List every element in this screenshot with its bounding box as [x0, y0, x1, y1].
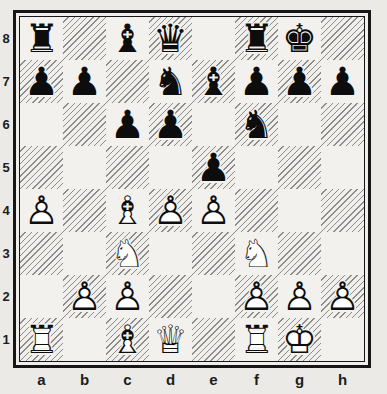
- square-e3: [192, 232, 235, 275]
- square-d8: ♛♛: [149, 17, 192, 60]
- square-e4: ♟♙: [192, 189, 235, 232]
- white-bishop-c4: ♝♗: [106, 189, 149, 232]
- square-f6: ♞♞: [235, 103, 278, 146]
- square-a7: ♟♟: [20, 60, 63, 103]
- black-rook-f8: ♜♜: [235, 17, 278, 60]
- file-label-c: c: [106, 370, 149, 390]
- black-pawn-h7: ♟♟: [321, 60, 364, 103]
- black-bishop-c8: ♝♝: [106, 17, 149, 60]
- black-bishop-glyph: ♝: [192, 60, 235, 103]
- square-e8: [192, 17, 235, 60]
- square-d1: ♛♕: [149, 318, 192, 361]
- square-c8: ♝♝: [106, 17, 149, 60]
- black-pawn-f7: ♟♟: [235, 60, 278, 103]
- square-b2: ♟♙: [63, 275, 106, 318]
- black-king-glyph: ♚: [278, 17, 321, 60]
- rank-label-7: 7: [0, 60, 12, 103]
- square-a8: ♜♜: [20, 17, 63, 60]
- square-h1: [321, 318, 364, 361]
- square-a2: [20, 275, 63, 318]
- white-pawn-glyph: ♙: [321, 275, 364, 318]
- square-g3: [278, 232, 321, 275]
- square-f7: ♟♟: [235, 60, 278, 103]
- rank-label-1: 1: [0, 318, 12, 361]
- square-a4: ♟♙: [20, 189, 63, 232]
- square-c7: [106, 60, 149, 103]
- square-c4: ♝♗: [106, 189, 149, 232]
- white-pawn-glyph: ♙: [20, 189, 63, 232]
- white-pawn-h2: ♟♙: [321, 275, 364, 318]
- file-label-b: b: [63, 370, 106, 390]
- square-b7: ♟♟: [63, 60, 106, 103]
- black-pawn-glyph: ♟: [20, 60, 63, 103]
- black-knight-f6: ♞♞: [235, 103, 278, 146]
- square-g6: [278, 103, 321, 146]
- white-queen-glyph: ♕: [149, 318, 192, 361]
- square-f4: [235, 189, 278, 232]
- square-d6: ♟♟: [149, 103, 192, 146]
- black-pawn-glyph: ♟: [278, 60, 321, 103]
- white-knight-glyph: ♘: [106, 232, 149, 275]
- square-a1: ♜♖: [20, 318, 63, 361]
- square-b8: [63, 17, 106, 60]
- black-pawn-glyph: ♟: [149, 103, 192, 146]
- black-pawn-d6: ♟♟: [149, 103, 192, 146]
- white-queen-d1: ♛♕: [149, 318, 192, 361]
- white-king-glyph: ♔: [278, 318, 321, 361]
- square-d4: ♟♙: [149, 189, 192, 232]
- square-e7: ♝♝: [192, 60, 235, 103]
- file-label-d: d: [149, 370, 192, 390]
- square-h5: [321, 146, 364, 189]
- rank-label-4: 4: [0, 189, 12, 232]
- square-g8: ♚♚: [278, 17, 321, 60]
- square-d5: [149, 146, 192, 189]
- square-g4: [278, 189, 321, 232]
- black-rook-glyph: ♜: [20, 17, 63, 60]
- square-c5: [106, 146, 149, 189]
- square-a5: [20, 146, 63, 189]
- black-pawn-e5: ♟♟: [192, 146, 235, 189]
- square-f2: ♟♙: [235, 275, 278, 318]
- board-frame: ♜♜♝♝♛♛♜♜♚♚♟♟♟♟♞♞♝♝♟♟♟♟♟♟♟♟♟♟♞♞♟♟♟♙♝♗♟♙♟♙…: [13, 10, 371, 368]
- square-d7: ♞♞: [149, 60, 192, 103]
- rank-label-8: 8: [0, 17, 12, 60]
- rank-label-5: 5: [0, 146, 12, 189]
- black-rook-a8: ♜♜: [20, 17, 63, 60]
- rank-label-6: 6: [0, 103, 12, 146]
- black-pawn-a7: ♟♟: [20, 60, 63, 103]
- white-pawn-d4: ♟♙: [149, 189, 192, 232]
- chess-board: ♜♜♝♝♛♛♜♜♚♚♟♟♟♟♞♞♝♝♟♟♟♟♟♟♟♟♟♟♞♞♟♟♟♙♝♗♟♙♟♙…: [20, 17, 364, 361]
- white-pawn-f2: ♟♙: [235, 275, 278, 318]
- black-bishop-e7: ♝♝: [192, 60, 235, 103]
- file-label-g: g: [278, 370, 321, 390]
- square-c6: ♟♟: [106, 103, 149, 146]
- black-queen-glyph: ♛: [149, 17, 192, 60]
- black-queen-d8: ♛♛: [149, 17, 192, 60]
- white-pawn-glyph: ♙: [149, 189, 192, 232]
- white-knight-c3: ♞♘: [106, 232, 149, 275]
- board-inner-border: ♜♜♝♝♛♛♜♜♚♚♟♟♟♟♞♞♝♝♟♟♟♟♟♟♟♟♟♟♞♞♟♟♟♙♝♗♟♙♟♙…: [19, 16, 365, 362]
- square-c3: ♞♘: [106, 232, 149, 275]
- square-e2: [192, 275, 235, 318]
- file-label-f: f: [235, 370, 278, 390]
- white-knight-f3: ♞♘: [235, 232, 278, 275]
- white-pawn-c2: ♟♙: [106, 275, 149, 318]
- black-pawn-glyph: ♟: [235, 60, 278, 103]
- black-bishop-glyph: ♝: [106, 17, 149, 60]
- white-rook-a1: ♜♖: [20, 318, 63, 361]
- white-pawn-glyph: ♙: [106, 275, 149, 318]
- square-h3: [321, 232, 364, 275]
- square-b3: [63, 232, 106, 275]
- black-knight-glyph: ♞: [149, 60, 192, 103]
- square-c2: ♟♙: [106, 275, 149, 318]
- white-pawn-glyph: ♙: [235, 275, 278, 318]
- square-h4: [321, 189, 364, 232]
- white-pawn-glyph: ♙: [192, 189, 235, 232]
- square-a3: [20, 232, 63, 275]
- black-pawn-glyph: ♟: [192, 146, 235, 189]
- square-e6: [192, 103, 235, 146]
- rank-labels: 87654321: [0, 17, 12, 361]
- square-f3: ♞♘: [235, 232, 278, 275]
- square-e5: ♟♟: [192, 146, 235, 189]
- file-label-a: a: [20, 370, 63, 390]
- black-knight-d7: ♞♞: [149, 60, 192, 103]
- square-d2: [149, 275, 192, 318]
- square-g2: ♟♙: [278, 275, 321, 318]
- white-pawn-glyph: ♙: [63, 275, 106, 318]
- square-b1: [63, 318, 106, 361]
- white-pawn-glyph: ♙: [278, 275, 321, 318]
- black-king-g8: ♚♚: [278, 17, 321, 60]
- square-b5: [63, 146, 106, 189]
- square-b6: [63, 103, 106, 146]
- square-d3: [149, 232, 192, 275]
- white-rook-glyph: ♖: [20, 318, 63, 361]
- chess-diagram: 87654321 ♜♜♝♝♛♛♜♜♚♚♟♟♟♟♞♞♝♝♟♟♟♟♟♟♟♟♟♟♞♞♟…: [0, 0, 387, 394]
- square-g5: [278, 146, 321, 189]
- white-king-g1: ♚♔: [278, 318, 321, 361]
- white-rook-f1: ♜♖: [235, 318, 278, 361]
- square-h2: ♟♙: [321, 275, 364, 318]
- white-pawn-g2: ♟♙: [278, 275, 321, 318]
- white-bishop-c1: ♝♗: [106, 318, 149, 361]
- square-f8: ♜♜: [235, 17, 278, 60]
- square-f1: ♜♖: [235, 318, 278, 361]
- square-g1: ♚♔: [278, 318, 321, 361]
- file-labels: abcdefgh: [20, 370, 364, 390]
- black-knight-glyph: ♞: [235, 103, 278, 146]
- black-pawn-c6: ♟♟: [106, 103, 149, 146]
- white-knight-glyph: ♘: [235, 232, 278, 275]
- white-pawn-b2: ♟♙: [63, 275, 106, 318]
- white-bishop-glyph: ♗: [106, 189, 149, 232]
- black-pawn-glyph: ♟: [321, 60, 364, 103]
- square-g7: ♟♟: [278, 60, 321, 103]
- square-h6: [321, 103, 364, 146]
- white-bishop-glyph: ♗: [106, 318, 149, 361]
- square-c1: ♝♗: [106, 318, 149, 361]
- black-pawn-b7: ♟♟: [63, 60, 106, 103]
- black-pawn-glyph: ♟: [106, 103, 149, 146]
- square-f5: [235, 146, 278, 189]
- black-pawn-glyph: ♟: [63, 60, 106, 103]
- white-pawn-a4: ♟♙: [20, 189, 63, 232]
- square-h8: [321, 17, 364, 60]
- file-label-e: e: [192, 370, 235, 390]
- white-pawn-e4: ♟♙: [192, 189, 235, 232]
- square-h7: ♟♟: [321, 60, 364, 103]
- rank-label-2: 2: [0, 275, 12, 318]
- square-a6: [20, 103, 63, 146]
- white-rook-glyph: ♖: [235, 318, 278, 361]
- rank-label-3: 3: [0, 232, 12, 275]
- black-pawn-g7: ♟♟: [278, 60, 321, 103]
- square-b4: [63, 189, 106, 232]
- black-rook-glyph: ♜: [235, 17, 278, 60]
- file-label-h: h: [321, 370, 364, 390]
- square-e1: [192, 318, 235, 361]
